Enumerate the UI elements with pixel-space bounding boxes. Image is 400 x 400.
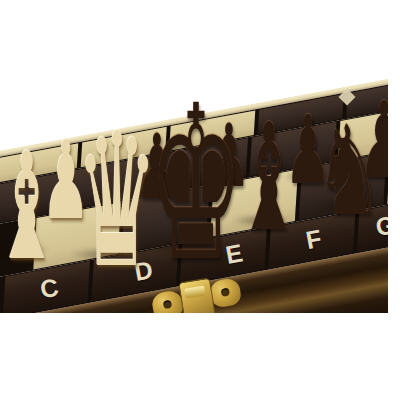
chess-set-photo: CDEFG ♟♟♟♟♞♟♝♚♝♛ xyxy=(0,0,400,400)
photo-white-margin-bottom xyxy=(0,313,400,400)
latch-rivet-hole xyxy=(221,288,230,297)
photo-white-margin-right xyxy=(388,0,400,400)
latch-rivet-hole xyxy=(163,300,172,309)
